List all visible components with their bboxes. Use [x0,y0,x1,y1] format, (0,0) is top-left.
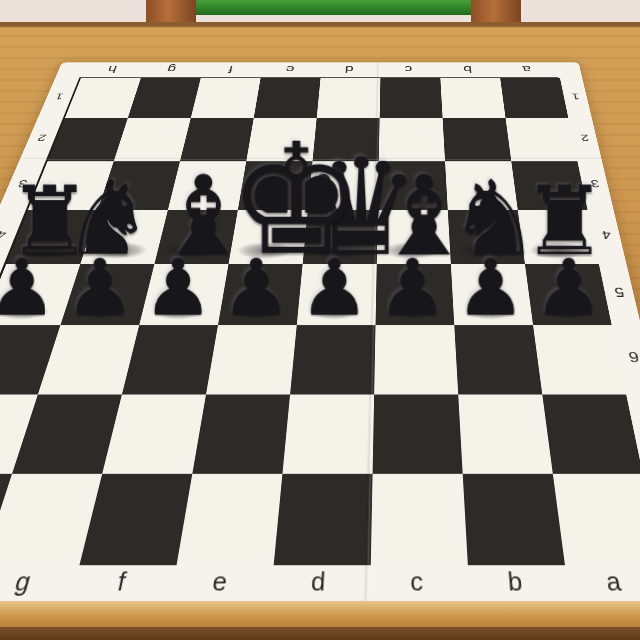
square-b1[interactable] [440,78,505,117]
table-front-edge [0,601,640,627]
square-d8[interactable] [274,474,373,566]
piece-black-pawn[interactable]: ♟ [139,239,217,317]
square-e7[interactable] [192,395,290,474]
square-a1[interactable] [500,78,568,117]
piece-black-pawn[interactable]: ♟ [217,239,295,317]
square-c7[interactable] [373,395,463,474]
coordinate-file-g-near: g [0,568,76,594]
square-f6[interactable] [122,325,218,394]
piece-glyph: ♟ [451,249,529,327]
chess-photo-stage: hhggffeeddccbbaa1122334455667788♟♟♟♟♟♟♟♟… [0,0,640,640]
square-c1[interactable] [380,78,443,117]
table-front-shadow [0,627,640,640]
coordinate-file-f-near: f [69,568,173,594]
square-a7[interactable] [542,395,640,474]
coordinate-file-e-far: e [260,65,321,75]
square-b6[interactable] [454,325,542,394]
square-a8[interactable] [553,474,640,566]
square-b7[interactable] [458,395,553,474]
piece-glyph: ♟ [0,249,61,327]
piece-black-pawn[interactable]: ♟ [295,239,373,317]
coordinate-file-a-near: a [562,568,640,594]
square-f7[interactable] [102,395,206,474]
coordinate-file-b-far: b [438,65,498,75]
square-c8[interactable] [371,474,468,566]
coordinate-file-a-far: a [497,65,558,75]
coordinate-file-d-far: d [319,65,379,75]
square-e6[interactable] [206,325,297,394]
coordinate-file-b-near: b [465,568,566,594]
coordinate-file-d-near: d [268,568,368,594]
piece-glyph: ♟ [373,249,451,327]
square-c6[interactable] [374,325,458,394]
coordinate-file-h-far: h [81,65,144,75]
piece-black-pawn[interactable]: ♟ [451,239,529,317]
square-g1[interactable] [128,78,201,117]
square-b8[interactable] [463,474,565,566]
piece-black-pawn[interactable]: ♟ [0,239,61,317]
piece-black-pawn[interactable]: ♟ [373,239,451,317]
square-a6[interactable] [533,325,626,394]
piece-glyph: ♟ [61,249,139,327]
piece-black-pawn[interactable]: ♟ [61,239,139,317]
board-scene: hhggffeeddccbbaa1122334455667788♟♟♟♟♟♟♟♟… [0,0,640,640]
piece-glyph: ♟ [295,249,373,327]
piece-black-pawn[interactable]: ♟ [530,239,608,317]
square-d6[interactable] [290,325,375,394]
coordinate-file-e-near: e [168,568,270,594]
piece-glyph: ♟ [139,249,217,327]
square-d7[interactable] [282,395,374,474]
coordinate-file-g-far: g [140,65,202,75]
piece-glyph: ♟ [530,249,608,327]
coordinate-file-f-far: f [200,65,261,75]
coordinate-file-c-far: c [379,65,439,75]
coordinate-file-c-near: c [367,568,466,594]
piece-glyph: ♟ [217,249,295,327]
vinyl-chess-mat: hhggffeeddccbbaa1122334455667788♟♟♟♟♟♟♟♟… [0,62,640,603]
square-e8[interactable] [176,474,282,566]
